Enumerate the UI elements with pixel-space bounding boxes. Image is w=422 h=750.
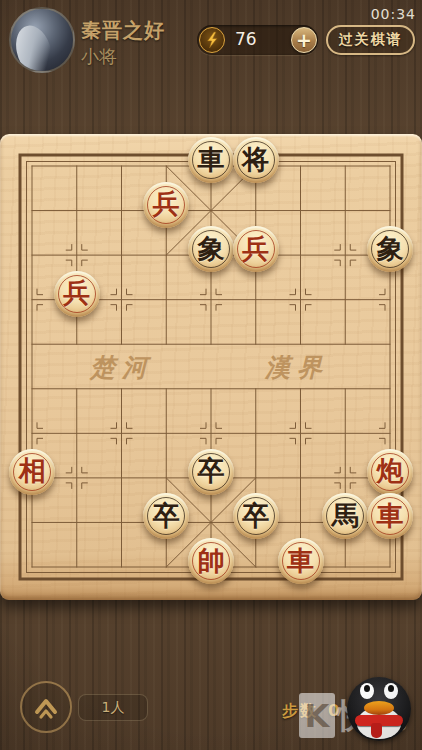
player-name: 秦晋之好 — [81, 17, 165, 44]
lightning-bolt-icon — [199, 27, 225, 53]
piece-red-cannon[interactable]: 炮 — [367, 449, 413, 495]
piece-character: 車 — [287, 547, 314, 574]
watermark-k-logo: K — [299, 693, 335, 738]
plus-icon: + — [296, 31, 312, 50]
piece-character: 車 — [198, 146, 225, 173]
player-rank: 小将 — [81, 45, 117, 69]
piece-character: 相 — [19, 457, 46, 484]
piece-red-chariot[interactable]: 車 — [278, 538, 324, 584]
piece-character: 卒 — [242, 502, 269, 529]
piece-red-chariot[interactable]: 車 — [367, 493, 413, 539]
avatar[interactable] — [9, 7, 75, 73]
clock: 00:34 — [371, 6, 416, 22]
collapse-button[interactable] — [20, 681, 72, 733]
piece-black-soldier[interactable]: 卒 — [188, 449, 234, 495]
piece-red-soldier[interactable]: 兵 — [143, 182, 189, 228]
piece-character: 兵 — [242, 235, 269, 262]
xiangqi-board: 楚河漢界 車将兵象兵象兵相卒炮卒卒馬車帥車 — [0, 134, 422, 600]
piece-black-soldier[interactable]: 卒 — [233, 493, 279, 539]
piece-character: 兵 — [153, 190, 180, 217]
piece-black-general[interactable]: 将 — [233, 137, 279, 183]
penguin-scarf-tail — [371, 723, 382, 738]
piece-black-horse[interactable]: 馬 — [322, 493, 368, 539]
piece-character: 兵 — [63, 279, 90, 306]
add-energy-button[interactable]: + — [291, 27, 317, 53]
piece-black-elephant[interactable]: 象 — [367, 226, 413, 272]
piece-character: 馬 — [332, 502, 359, 529]
piece-red-soldier[interactable]: 兵 — [54, 271, 100, 317]
piece-black-chariot[interactable]: 車 — [188, 137, 234, 183]
piece-character: 将 — [242, 146, 269, 173]
piece-character: 炮 — [377, 457, 404, 484]
piece-character: 帥 — [198, 547, 225, 574]
energy-value: 76 — [235, 29, 257, 49]
app-screen: 00:34 秦晋之好 小将 76 + 过关棋谱 楚河漢界 車将兵象兵象兵相卒炮卒… — [0, 0, 422, 750]
penguin-eye — [360, 683, 374, 699]
players-count-tab[interactable]: 1人 — [78, 694, 148, 721]
piece-red-general[interactable]: 帥 — [188, 538, 234, 584]
puzzle-records-button[interactable]: 过关棋谱 — [326, 25, 415, 55]
pieces-layer: 車将兵象兵象兵相卒炮卒卒馬車帥車 — [0, 134, 422, 600]
piece-red-elephant[interactable]: 相 — [9, 449, 55, 495]
penguin-eye — [384, 683, 398, 699]
double-chevron-up-icon — [29, 690, 63, 724]
piece-black-soldier[interactable]: 卒 — [143, 493, 189, 539]
piece-character: 象 — [198, 235, 225, 262]
piece-character: 車 — [377, 502, 404, 529]
piece-character: 卒 — [153, 502, 180, 529]
piece-red-soldier[interactable]: 兵 — [233, 226, 279, 272]
piece-character: 卒 — [198, 457, 225, 484]
piece-black-elephant[interactable]: 象 — [188, 226, 234, 272]
qq-penguin-icon — [347, 677, 411, 741]
penguin-beak — [364, 701, 394, 715]
piece-character: 象 — [377, 235, 404, 262]
